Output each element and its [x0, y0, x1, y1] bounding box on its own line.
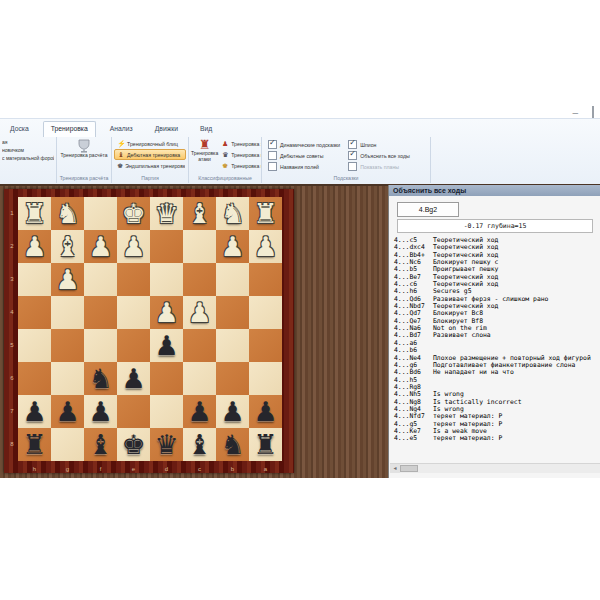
square-c6[interactable] [183, 362, 216, 395]
rank-label: 2 [7, 230, 17, 263]
checkbox-box-icon [268, 162, 277, 171]
file-label: h [18, 466, 51, 472]
square-b2[interactable]: ♟ [216, 230, 249, 263]
ribbon-group-empty [431, 137, 600, 183]
move-comment [433, 377, 599, 384]
panel-title: Объяснить все ходы [389, 185, 600, 196]
white-pawn-piece: ♟ [183, 296, 216, 329]
square-f3[interactable] [84, 263, 117, 296]
restore-button[interactable] [592, 108, 594, 118]
move-comment: теряет материал: P [433, 435, 599, 442]
square-e5[interactable] [117, 329, 150, 362]
square-d4[interactable]: ♟ [150, 296, 183, 329]
black-pawn-piece: ♟ [150, 329, 183, 362]
square-f1[interactable] [84, 197, 117, 230]
black-rook-piece: ♜ [249, 428, 282, 461]
square-d8[interactable]: ♛ [150, 428, 183, 461]
square-h1[interactable]: ♜ [18, 197, 51, 230]
rank-label: 1 [7, 197, 17, 230]
checkbox[interactable]: Показать планы [348, 162, 409, 171]
file-label: e [117, 466, 150, 472]
square-f8[interactable]: ♝ [84, 428, 117, 461]
white-rook-piece: ♜ [18, 197, 51, 230]
black-pawn-piece: ♟ [183, 395, 216, 428]
square-d7[interactable] [150, 395, 183, 428]
move-row[interactable]: 4...Bd6Не нападает ни на что [389, 369, 599, 376]
square-e4[interactable] [117, 296, 150, 329]
hints-col-2: ✓Шпион✓Объяснить все ходыПоказать планы [348, 140, 409, 171]
square-b7[interactable]: ♟ [216, 395, 249, 428]
menu-item-label: Тренировка матов [231, 163, 261, 169]
square-a8[interactable]: ♜ [249, 428, 282, 461]
checkbox[interactable]: ✓Объяснить все ходы [348, 151, 409, 160]
square-e1[interactable]: ♚ [117, 197, 150, 230]
white-bishop-piece: ♝ [51, 230, 84, 263]
square-d6[interactable] [150, 362, 183, 395]
white-pawn-piece: ♟ [18, 230, 51, 263]
white-pawn-piece: ♟ [117, 230, 150, 263]
black-rook-piece: ♜ [18, 428, 51, 461]
square-a1[interactable]: ♜ [249, 197, 282, 230]
white-pawn-piece: ♟ [216, 230, 249, 263]
black-bishop-piece: ♝ [183, 428, 216, 461]
square-f7[interactable]: ♟ [84, 395, 117, 428]
square-c7[interactable]: ♟ [183, 395, 216, 428]
ribbon-group-hints: ✓Динамические подсказкиДебютные советыНа… [262, 137, 431, 183]
endgame-training-icon: ♚ [117, 162, 123, 169]
menu-item[interactable]: ♚Тренировка матов [218, 160, 261, 171]
board-grid: ♜♞♚♛♝♞♜♟♝♟♟♟♟♟♟♟♟♞♟♟♟♟♟♟♟♜♝♚♛♝♞♜ [18, 197, 282, 461]
horizontal-scrollbar[interactable]: ◂ [390, 463, 600, 473]
square-h2[interactable]: ♟ [18, 230, 51, 263]
move-row[interactable]: 4...a6 [389, 340, 599, 347]
move-row[interactable]: 4...Bd7Развивает слона [389, 332, 599, 339]
move-comment [433, 340, 599, 347]
checkbox-label: Объяснить все ходы [360, 153, 409, 159]
black-queen-piece: ♛ [150, 428, 183, 461]
black-pawn-piece: ♟ [84, 395, 117, 428]
white-knight-piece: ♞ [216, 197, 249, 230]
current-move-button[interactable]: 4.Bg2 [397, 202, 459, 217]
ribbon-group-classified: ♜ Тренировка атаки ♟Тренировка защиты♛Тр… [189, 137, 262, 183]
ribbon-tab[interactable]: Доска [2, 121, 37, 137]
checkbox-label: Дебютные советы [280, 153, 323, 159]
rank-label: 6 [7, 362, 17, 395]
ribbon-group-calculation: Тренировка расчёта Тренировка расчёта [57, 137, 112, 183]
square-g7[interactable]: ♟ [51, 395, 84, 428]
ribbon-tab[interactable]: Анализ [102, 121, 141, 137]
calculation-training-icon [76, 139, 92, 153]
rank-label: 5 [7, 329, 17, 362]
move-comment: Развивает слона [433, 332, 599, 339]
square-g1[interactable]: ♞ [51, 197, 84, 230]
white-pawn-piece: ♟ [249, 230, 282, 263]
white-pawn-piece: ♟ [150, 296, 183, 329]
white-pawn-piece: ♟ [51, 263, 84, 296]
square-g4[interactable] [51, 296, 84, 329]
menu-item[interactable]: ая [2, 138, 54, 146]
square-g5[interactable] [51, 329, 84, 362]
square-a6[interactable] [249, 362, 282, 395]
file-label: g [51, 466, 84, 472]
checkbox-box-icon: ✓ [268, 140, 277, 149]
defense-training-icon: ♟ [221, 140, 229, 147]
file-label: b [216, 466, 249, 472]
square-b4[interactable] [216, 296, 249, 329]
square-h6[interactable] [18, 362, 51, 395]
white-king-piece: ♚ [117, 197, 150, 230]
square-a4[interactable] [249, 296, 282, 329]
menu-item[interactable]: с материальной форой [2, 154, 54, 162]
menu-item[interactable]: ⚡Тренировочный блиц [114, 138, 186, 149]
square-f4[interactable] [84, 296, 117, 329]
square-e6[interactable]: ♟ [117, 362, 150, 395]
square-b6[interactable] [216, 362, 249, 395]
rank-labels: 12345678 [7, 197, 17, 461]
checkbox[interactable]: ✓Шпион [348, 140, 409, 149]
menu-item[interactable]: новичком [2, 146, 54, 154]
square-f6[interactable]: ♞ [84, 362, 117, 395]
menu-item-label: Тренировка шахов [231, 152, 261, 158]
ribbon-tabs: ДоскаТренировкаАнализДвижкиВид [0, 121, 220, 137]
square-e8[interactable]: ♚ [117, 428, 150, 461]
menu-item-label: Эндшпильная тренировка [125, 163, 186, 169]
square-b8[interactable]: ♞ [216, 428, 249, 461]
square-d5[interactable]: ♟ [150, 329, 183, 362]
square-b3[interactable] [216, 263, 249, 296]
evaluation-bar: -0.17 глубина=15 [397, 219, 593, 233]
square-a7[interactable]: ♟ [249, 395, 282, 428]
square-c2[interactable] [183, 230, 216, 263]
rank-label: 8 [7, 428, 17, 461]
square-g6[interactable] [51, 362, 84, 395]
black-pawn-piece: ♟ [51, 395, 84, 428]
checkbox-box-icon: ✓ [348, 151, 357, 160]
menu-item-label: Тренировочный блиц [127, 141, 178, 147]
square-d3[interactable] [150, 263, 183, 296]
move-row[interactable]: 4...c6Теоретический ход [389, 281, 599, 288]
ribbon-tab[interactable]: Тренировка [43, 121, 96, 137]
menu-item[interactable]: ♝Дебютная тренировка [114, 149, 186, 160]
move-list: 4...c5Теоретический ход4...dxc4Теоретиче… [389, 237, 599, 443]
file-labels: hgfedcba [18, 466, 282, 472]
ribbon-body: аяновичкомс материальной форой Тренировк… [0, 137, 600, 185]
attack-training-button[interactable]: ♜ Тренировка атаки [191, 138, 218, 174]
check-training-icon: ♛ [221, 151, 229, 158]
ribbon: ДоскаТренировкаАнализДвижкиВид аяновичко… [0, 118, 600, 187]
group-label: Подсказки [262, 175, 430, 183]
square-b1[interactable]: ♞ [216, 197, 249, 230]
square-h5[interactable] [18, 329, 51, 362]
ribbon-group-levels: аяновичкомс материальной форой [0, 137, 57, 183]
white-pawn-piece: ♟ [84, 230, 117, 263]
game-items: ⚡Тренировочный блиц♝Дебютная тренировка♚… [112, 137, 188, 175]
window-controls: – [572, 108, 594, 118]
white-rook-piece: ♜ [249, 197, 282, 230]
square-h8[interactable]: ♜ [18, 428, 51, 461]
ribbon-tab[interactable]: Вид [192, 121, 220, 137]
square-h3[interactable] [18, 263, 51, 296]
square-h4[interactable] [18, 296, 51, 329]
move-comment: Не нападает ни на что [433, 369, 599, 376]
black-pawn-piece: ♟ [18, 395, 51, 428]
square-c4[interactable]: ♟ [183, 296, 216, 329]
scrollbar-thumb[interactable] [400, 465, 418, 472]
checkbox-label: Динамические подсказки [280, 142, 340, 148]
checkbox-box-icon: ✓ [348, 140, 357, 149]
minimize-button[interactable]: – [572, 108, 578, 118]
levels-items: аяновичкомс материальной форой [0, 137, 56, 175]
black-knight-piece: ♞ [216, 428, 249, 461]
rank-label: 4 [7, 296, 17, 329]
checkbox[interactable]: Дебютные советы [268, 151, 340, 160]
mate-training-icon: ♚ [221, 162, 229, 169]
square-e3[interactable] [117, 263, 150, 296]
square-d1[interactable]: ♛ [150, 197, 183, 230]
checkbox-box-icon [268, 151, 277, 160]
file-label: f [84, 466, 117, 472]
checkbox-label: Названия полей [280, 164, 319, 170]
black-knight-piece: ♞ [84, 362, 117, 395]
group-label: Партия [112, 175, 188, 183]
rank-label: 3 [7, 263, 17, 296]
checkbox-box-icon [348, 162, 357, 171]
square-h7[interactable]: ♟ [18, 395, 51, 428]
checkbox[interactable]: Названия полей [268, 162, 340, 171]
classified-items: ♟Тренировка защиты♛Тренировка шахов♚Трен… [218, 138, 261, 174]
group-label [0, 175, 56, 183]
square-g3[interactable]: ♟ [51, 263, 84, 296]
black-king-piece: ♚ [117, 428, 150, 461]
square-a3[interactable] [249, 263, 282, 296]
square-f2[interactable]: ♟ [84, 230, 117, 263]
menu-item-label: Дебютная тренировка [127, 152, 180, 158]
checkbox[interactable]: ✓Динамические подсказки [268, 140, 340, 149]
opening-training-icon: ♝ [117, 151, 125, 158]
square-d2[interactable] [150, 230, 183, 263]
check-icon: ✓ [269, 139, 276, 147]
group-label: Классифицированные позиции [189, 175, 261, 183]
checkbox-label: Показать планы [360, 164, 399, 170]
explain-moves-panel: Объяснить все ходы 4.Bg2 -0.17 глубина=1… [388, 185, 600, 478]
app-window: – ДоскаТренировкаАнализДвижкиВид аянович… [0, 0, 600, 600]
file-label: a [249, 466, 282, 472]
rank-label: 7 [7, 395, 17, 428]
menu-item-label: Тренировка защиты [231, 141, 261, 147]
group-label: Тренировка расчёта [57, 175, 111, 183]
chess-board: 12345678 ♜♞♚♛♝♞♜♟♝♟♟♟♟♟♟♟♟♞♟♟♟♟♟♟♟♜♝♚♛♝♞… [4, 189, 294, 473]
square-a2[interactable]: ♟ [249, 230, 282, 263]
square-c3[interactable] [183, 263, 216, 296]
check-icon: ✓ [349, 150, 356, 158]
white-bishop-piece: ♝ [183, 197, 216, 230]
check-icon: ✓ [349, 139, 356, 147]
hints-checkboxes: ✓Динамические подсказкиДебютные советыНа… [264, 138, 428, 173]
hints-col-1: ✓Динамические подсказкиДебютные советыНа… [268, 140, 340, 171]
square-c5[interactable] [183, 329, 216, 362]
square-a5[interactable] [249, 329, 282, 362]
square-g2[interactable]: ♝ [51, 230, 84, 263]
black-pawn-piece: ♟ [216, 395, 249, 428]
square-e2[interactable]: ♟ [117, 230, 150, 263]
calculation-training-button[interactable]: Тренировка расчёта [59, 138, 109, 159]
scroll-left-arrow-icon[interactable]: ◂ [390, 464, 400, 473]
square-c8[interactable]: ♝ [183, 428, 216, 461]
file-label: d [150, 466, 183, 472]
ribbon-tab[interactable]: Движки [147, 121, 186, 137]
square-e7[interactable] [117, 395, 150, 428]
file-label: c [183, 466, 216, 472]
checkbox-label: Шпион [360, 142, 376, 148]
menu-item[interactable]: ♟Тренировка защиты [218, 138, 261, 149]
white-knight-piece: ♞ [51, 197, 84, 230]
black-pawn-piece: ♟ [117, 362, 150, 395]
ribbon-group-game: ⚡Тренировочный блиц♝Дебютная тренировка♚… [112, 137, 189, 183]
blitz-icon: ⚡ [117, 140, 125, 147]
square-b5[interactable] [216, 329, 249, 362]
menu-item[interactable]: ♚Эндшпильная тренировка [114, 160, 186, 171]
square-g8[interactable] [51, 428, 84, 461]
menu-item[interactable]: ♛Тренировка шахов [218, 149, 261, 160]
black-bishop-piece: ♝ [84, 428, 117, 461]
white-queen-piece: ♛ [150, 197, 183, 230]
square-c1[interactable]: ♝ [183, 197, 216, 230]
black-pawn-piece: ♟ [249, 395, 282, 428]
square-f5[interactable] [84, 329, 117, 362]
